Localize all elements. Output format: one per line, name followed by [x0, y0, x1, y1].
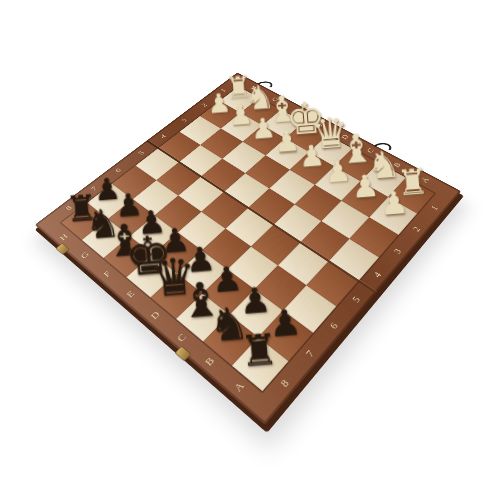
board-orientation-wrapper: HGFEDCBAHGFEDCBA8765432187654321 ♜♟♞♟♝♟♚…: [85, 45, 410, 370]
photo-scene: HGFEDCBAHGFEDCBA8765432187654321 ♜♟♞♟♝♟♚…: [0, 0, 500, 500]
black-rook-a8: ♜: [238, 327, 279, 373]
pieces: ♜♟♞♟♝♟♚♟♛♟♝♟♟♞♜♟♟♜♞♟♟♝♟♚♟♛♟♝♟♞♟♜: [35, 72, 461, 424]
white-pawn-d2: ♟: [298, 141, 326, 172]
perspective-wrapper: HGFEDCBAHGFEDCBA8765432187654321 ♜♟♞♟♝♟♚…: [85, 45, 410, 370]
chess-board: HGFEDCBAHGFEDCBA8765432187654321 ♜♟♞♟♝♟♚…: [35, 72, 461, 424]
white-pawn-c2: ♟: [323, 155, 352, 187]
white-pawn-b2: ♟: [350, 171, 380, 204]
white-pawn-a2: ♟: [379, 187, 410, 221]
